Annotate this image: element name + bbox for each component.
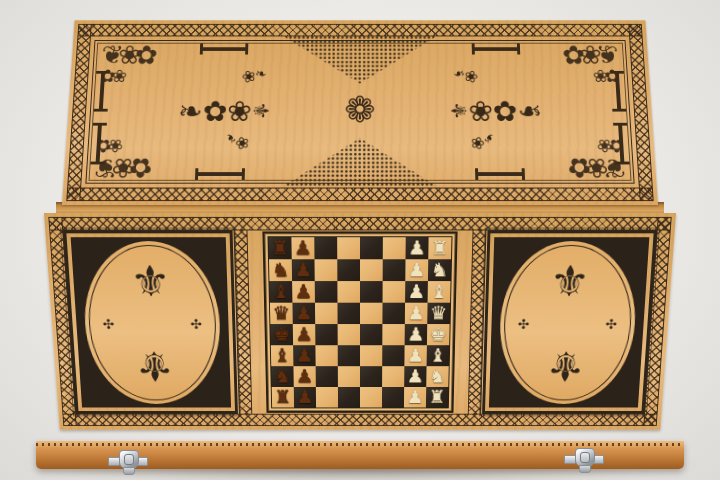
piece-white-knight-b1: ♞ — [430, 260, 448, 279]
column-motif-icon — [472, 44, 521, 55]
square-d2[interactable]: ♟ — [405, 303, 428, 324]
square-c1[interactable]: ♝ — [428, 281, 451, 303]
square-g1[interactable]: ♞ — [426, 366, 449, 387]
right-panel-oval: ⚜ ⚜ ✣ ✣ — [498, 241, 641, 404]
left-fleur-panel: ⚜ ⚜ ✣ ✣ — [62, 230, 239, 415]
piece-black-pawn-e7: ♟ — [295, 325, 313, 343]
square-b8[interactable]: ♞ — [269, 259, 292, 281]
piece-white-pawn-d2: ♟ — [407, 303, 425, 322]
piece-black-bishop-c8: ♝ — [272, 282, 290, 301]
column-motif-icon — [91, 123, 107, 165]
lace-triangle-icon — [272, 135, 447, 188]
square-f1[interactable]: ♝ — [427, 345, 450, 366]
left-panel-oval: ⚜ ⚜ ✣ ✣ — [80, 241, 223, 404]
square-h2[interactable]: ♟ — [404, 387, 426, 408]
center-flower-icon: ❁ — [344, 89, 375, 130]
floral-spray-icon: ❧✿❀⚜ — [177, 94, 271, 127]
square-h4[interactable] — [360, 387, 382, 408]
piece-white-pawn-h2: ♟ — [406, 387, 423, 405]
piece-black-pawn-a7: ♟ — [294, 238, 312, 257]
piece-black-pawn-c7: ♟ — [295, 282, 313, 301]
right-panel-background: ⚜ ⚜ ✣ ✣ — [489, 237, 649, 407]
square-a6[interactable] — [314, 237, 337, 259]
piece-black-king-e8: ♚ — [273, 325, 291, 343]
square-c5[interactable] — [337, 281, 360, 303]
piece-black-rook-h8: ♜ — [274, 387, 292, 405]
square-e3[interactable] — [382, 324, 405, 345]
square-c3[interactable] — [383, 281, 406, 303]
right-panel-frame: ⚜ ⚜ ✣ ✣ — [482, 230, 657, 413]
column-motif-icon — [613, 123, 629, 165]
square-g3[interactable] — [382, 366, 404, 387]
piece-white-pawn-c2: ♟ — [408, 282, 426, 301]
piece-black-bishop-f8: ♝ — [273, 346, 291, 364]
square-d5[interactable] — [337, 303, 360, 324]
square-h6[interactable] — [316, 387, 338, 408]
square-g4[interactable] — [360, 366, 382, 387]
piece-white-knight-g1: ♞ — [429, 367, 447, 385]
square-d3[interactable] — [382, 303, 405, 324]
box-lid: ❦❀✿✿❀ ❦❀✿✿❀ ❦❀✿✿❀ ❦❀✿✿❀ ❁ ❧✿❀⚜ ❧✿❀⚜ ❀❧ ❀… — [62, 20, 658, 205]
floral-corner-icon: ❦❀✿✿❀ — [99, 45, 184, 85]
chessboard: ♜♟♟♜♞♟♟♞♝♟♟♝♛♟♟♛♚♟♟♚♝♟♟♝♞♟♟♞♜♟♟♜ — [267, 236, 452, 408]
rose-sprig-icon: ❀❧ — [221, 129, 252, 155]
square-b1[interactable]: ♞ — [428, 259, 451, 281]
column-motif-icon — [200, 44, 249, 55]
fleur-de-lis-icon: ⚜ — [129, 260, 172, 303]
square-e7[interactable]: ♟ — [293, 324, 316, 345]
piece-white-rook-h1: ♜ — [428, 387, 446, 405]
square-g6[interactable] — [316, 366, 338, 387]
piece-black-knight-b8: ♞ — [271, 260, 289, 279]
piece-black-queen-d8: ♛ — [272, 303, 290, 322]
piece-black-pawn-f7: ♟ — [296, 346, 314, 364]
metal-clasp-left[interactable] — [108, 448, 148, 474]
flourish-icon: ✣ — [605, 317, 617, 332]
floral-corner-icon: ❦❀✿✿❀ — [539, 136, 626, 178]
square-g2[interactable]: ♟ — [404, 366, 426, 387]
lid-border-band-bottom — [66, 188, 653, 202]
board-zone: ♜♟♟♜♞♟♟♞♝♟♟♝♛♟♟♛♚♟♟♚♝♟♟♝♞♟♟♞♜♟♟♜ — [247, 230, 472, 415]
square-a3[interactable] — [383, 237, 406, 259]
square-f6[interactable] — [315, 345, 337, 366]
fleur-de-lis-icon: ⚜ — [133, 345, 175, 387]
lid-border-band-right — [628, 24, 653, 201]
square-e1[interactable]: ♚ — [427, 324, 450, 345]
piece-white-pawn-f2: ♟ — [407, 346, 425, 364]
right-fleur-panel: ⚜ ⚜ ✣ ✣ — [481, 230, 658, 415]
piece-black-pawn-b7: ♟ — [294, 260, 312, 279]
square-f7[interactable]: ♟ — [293, 345, 316, 366]
square-d8[interactable]: ♛ — [270, 303, 293, 324]
column-motif-icon — [610, 71, 626, 112]
piece-white-pawn-e2: ♟ — [407, 325, 425, 343]
box-base: ⚜ ⚜ ✣ ✣ ♜♟♟♜♞♟♟♞♝♟♟♝♛♟♟♛♚♟♟♚♝♟♟♝♞♟♟♞♜♟♟♜ — [44, 213, 676, 430]
square-a2[interactable]: ♟ — [406, 237, 429, 259]
fleur-de-lis-icon: ⚜ — [545, 345, 587, 387]
square-b5[interactable] — [337, 259, 360, 281]
piece-black-pawn-h7: ♟ — [296, 387, 313, 405]
rose-sprig-icon: ❀❧ — [468, 129, 499, 155]
column-motif-icon — [94, 71, 110, 112]
piece-black-pawn-g7: ♟ — [296, 367, 314, 385]
square-e5[interactable] — [338, 324, 360, 345]
left-panel-frame: ⚜ ⚜ ✣ ✣ — [63, 230, 238, 413]
piece-white-bishop-c1: ♝ — [430, 282, 448, 301]
chessboard-frame: ♜♟♟♜♞♟♟♞♝♟♟♝♛♟♟♛♚♟♟♚♝♟♟♝♞♟♟♞♜♟♟♜ — [262, 231, 457, 412]
square-a7[interactable]: ♟ — [291, 237, 314, 259]
floral-corner-icon: ❦❀✿✿❀ — [535, 45, 620, 85]
square-c7[interactable]: ♟ — [292, 281, 315, 303]
flourish-icon: ✣ — [518, 317, 530, 332]
square-c2[interactable]: ♟ — [405, 281, 428, 303]
square-b6[interactable] — [314, 259, 337, 281]
piece-black-pawn-d7: ♟ — [295, 303, 313, 322]
lid-border-band-top — [77, 24, 642, 37]
square-a1[interactable]: ♜ — [428, 237, 451, 259]
flourish-icon: ✣ — [190, 317, 202, 332]
piece-black-knight-g8: ♞ — [274, 367, 292, 385]
square-b7[interactable]: ♟ — [292, 259, 315, 281]
metal-clasp-right[interactable] — [564, 446, 604, 472]
piece-black-rook-a8: ♜ — [271, 238, 289, 257]
piece-white-queen-d1: ♛ — [430, 303, 448, 322]
rose-sprig-icon: ❀❧ — [239, 62, 269, 87]
square-f8[interactable]: ♝ — [271, 345, 294, 366]
square-d7[interactable]: ♟ — [292, 303, 315, 324]
lid-border-band-left — [66, 24, 91, 201]
square-b2[interactable]: ♟ — [405, 259, 428, 281]
piece-white-pawn-g2: ♟ — [407, 367, 425, 385]
floral-spray-icon: ❧✿❀⚜ — [449, 94, 543, 127]
clasp-hook — [123, 467, 135, 475]
square-e4[interactable] — [360, 324, 382, 345]
lace-triangle-icon — [274, 36, 445, 87]
square-h5[interactable] — [338, 387, 360, 408]
base-border-band-top — [48, 217, 671, 231]
square-a5[interactable] — [337, 237, 360, 259]
square-g7[interactable]: ♟ — [293, 366, 315, 387]
base-border-band-bottom — [62, 414, 657, 426]
piece-white-king-e1: ♚ — [429, 325, 447, 343]
floral-corner-icon: ❦❀✿✿❀ — [94, 136, 181, 178]
square-a4[interactable] — [360, 237, 383, 259]
square-g5[interactable] — [338, 366, 360, 387]
photo-scene: ❦❀✿✿❀ ❦❀✿✿❀ ❦❀✿✿❀ ❦❀✿✿❀ ❁ ❧✿❀⚜ ❧✿❀⚜ ❀❧ ❀… — [0, 0, 720, 480]
square-h7[interactable]: ♟ — [294, 387, 316, 408]
piece-white-pawn-a2: ♟ — [408, 238, 426, 257]
square-f3[interactable] — [382, 345, 404, 366]
square-b3[interactable] — [383, 259, 406, 281]
square-c8[interactable]: ♝ — [269, 281, 292, 303]
piece-white-rook-a1: ♜ — [431, 238, 449, 257]
left-panel-background: ⚜ ⚜ ✣ ✣ — [71, 237, 231, 407]
rose-sprig-icon: ❀❧ — [451, 62, 481, 87]
fleur-de-lis-icon: ⚜ — [548, 260, 591, 303]
square-d6[interactable] — [315, 303, 338, 324]
square-f4[interactable] — [360, 345, 382, 366]
square-e2[interactable]: ♟ — [405, 324, 428, 345]
square-d1[interactable]: ♛ — [427, 303, 450, 324]
base-surface: ⚜ ⚜ ✣ ✣ ♜♟♟♜♞♟♟♞♝♟♟♝♛♟♟♛♚♟♟♚♝♟♟♝♞♟♟♞♜♟♟♜ — [44, 213, 676, 430]
square-c4[interactable] — [360, 281, 383, 303]
square-f5[interactable] — [338, 345, 360, 366]
piece-white-pawn-b2: ♟ — [408, 260, 426, 279]
square-a8[interactable]: ♜ — [269, 237, 292, 259]
column-motif-icon — [475, 168, 525, 180]
square-d4[interactable] — [360, 303, 383, 324]
square-g8[interactable]: ♞ — [271, 366, 294, 387]
clasp-hook — [579, 465, 591, 473]
square-e6[interactable] — [315, 324, 338, 345]
piece-white-bishop-f1: ♝ — [429, 346, 447, 364]
square-f2[interactable]: ♟ — [404, 345, 427, 366]
square-h8[interactable]: ♜ — [272, 387, 294, 408]
square-e8[interactable]: ♚ — [270, 324, 293, 345]
flourish-icon: ✣ — [102, 317, 114, 332]
square-c6[interactable] — [315, 281, 338, 303]
square-h1[interactable]: ♜ — [426, 387, 448, 408]
lid-surface: ❦❀✿✿❀ ❦❀✿✿❀ ❦❀✿✿❀ ❦❀✿✿❀ ❁ ❧✿❀⚜ ❧✿❀⚜ ❀❧ ❀… — [62, 20, 658, 205]
square-h3[interactable] — [382, 387, 404, 408]
square-b4[interactable] — [360, 259, 383, 281]
column-motif-icon — [195, 168, 245, 180]
